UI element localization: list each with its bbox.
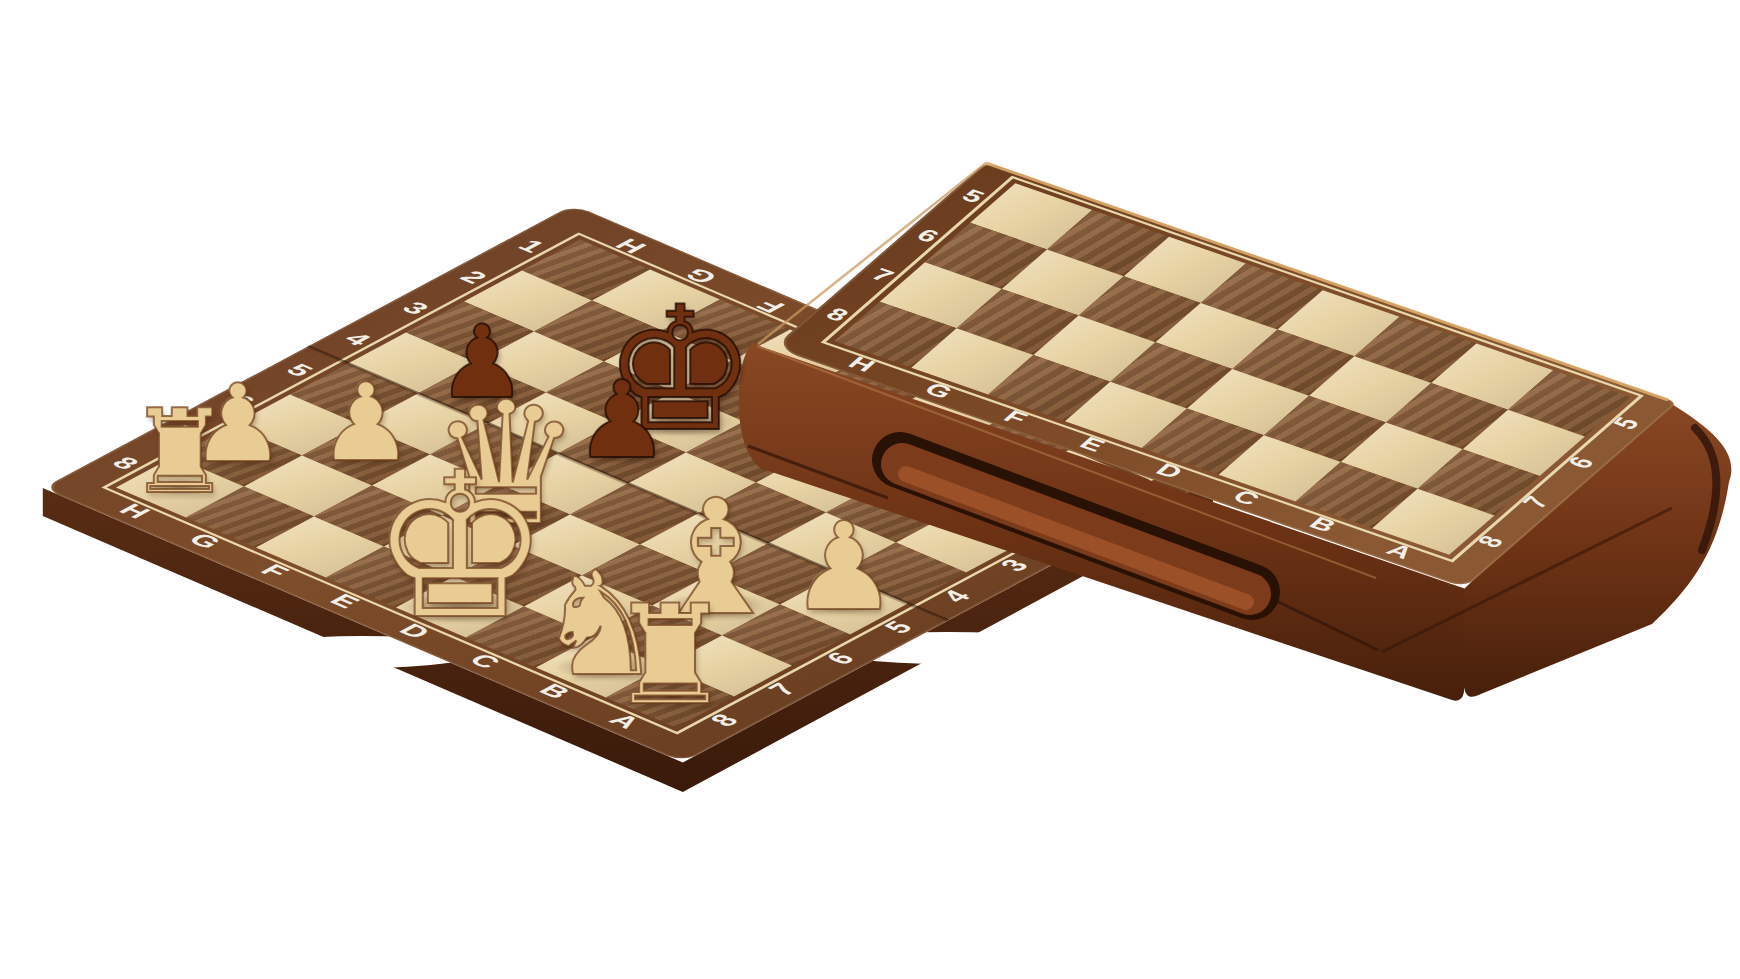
coord-near-file-G: G <box>181 530 228 553</box>
box-coord-file-D: D <box>1150 459 1189 482</box>
white-rook-glyph: ♜ <box>601 587 739 725</box>
piece-white-pawn-a5[interactable]: ♟ <box>783 506 905 628</box>
box-lid-seam-right <box>1266 596 1378 650</box>
box-coord-right-rank-7: 7 <box>1515 493 1556 512</box>
white-rook-glyph: ♜ <box>122 394 238 510</box>
box-coord-left-rank-8: 8 <box>820 304 854 326</box>
coord-right-rank-4: 4 <box>935 587 978 607</box>
white-pawn-glyph: ♟ <box>783 506 905 628</box>
box-coord-file-H: H <box>843 352 882 375</box>
box-coord-file-F: F <box>998 406 1034 428</box>
coord-right-rank-6: 6 <box>819 649 862 669</box>
coord-left-rank-3: 3 <box>395 298 436 318</box>
coord-near-file-F: F <box>253 561 295 582</box>
coord-far-file-H: H <box>609 235 654 257</box>
box-coord-left-rank-7: 7 <box>866 264 900 286</box>
box-coord-file-B: B <box>1304 513 1343 536</box>
coord-right-rank-2: 2 <box>1051 525 1094 545</box>
box-coord-left-rank-5: 5 <box>956 185 990 207</box>
coord-left-rank-2: 2 <box>453 267 494 287</box>
box-coord-left-rank-6: 6 <box>911 225 945 247</box>
coord-left-rank-4: 4 <box>337 329 378 349</box>
box-coord-file-A: A <box>1381 539 1420 562</box>
box-coord-right-rank-5: 5 <box>1606 414 1647 433</box>
box-coord-right-rank-8: 8 <box>1470 532 1511 551</box>
box-end-notch <box>1695 428 1716 550</box>
product-photo-stage: HHGGFFEEDDCCBBAA1122334455667788 HGFEDCB… <box>0 0 1740 979</box>
coord-right-rank-7: 7 <box>761 680 804 700</box>
piece-white-rook-a8[interactable]: ♜ <box>601 587 739 725</box>
coord-right-rank-3: 3 <box>993 556 1036 576</box>
box-coord-right-rank-6: 6 <box>1560 453 1601 472</box>
coord-right-rank-1: 1 <box>1109 494 1152 514</box>
box-coord-file-C: C <box>1227 486 1266 509</box>
coord-left-rank-1: 1 <box>511 236 552 256</box>
box-coord-file-E: E <box>1074 433 1111 456</box>
piece-white-rook-h8[interactable]: ♜ <box>122 394 238 510</box>
